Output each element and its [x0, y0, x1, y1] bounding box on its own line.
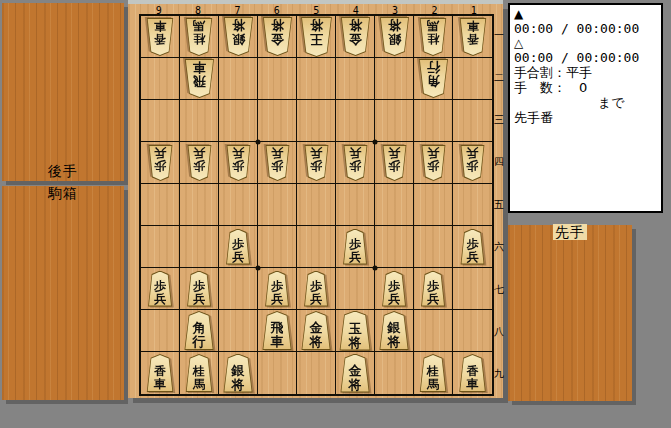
square-3-2[interactable]: [375, 58, 414, 100]
square-7-8[interactable]: [219, 310, 258, 352]
sente-fu-piece[interactable]: 歩兵: [225, 229, 252, 265]
square-5-7[interactable]: 歩兵: [297, 268, 336, 310]
gote-kyosha-piece[interactable]: 香車: [458, 18, 488, 56]
piece-box-label: 駒箱: [2, 186, 124, 201]
square-3-7[interactable]: 歩兵: [375, 268, 414, 310]
square-3-1[interactable]: 銀将: [375, 16, 414, 58]
sente-captured-tray[interactable]: 先手: [508, 225, 632, 401]
square-3-9[interactable]: [375, 352, 414, 394]
square-1-6[interactable]: 歩兵: [453, 226, 492, 268]
square-4-3[interactable]: [336, 100, 375, 142]
board-grid[interactable]: 香車桂馬銀将金将王将金将銀将桂馬香車飛車角行歩兵歩兵歩兵歩兵歩兵歩兵歩兵歩兵歩兵…: [139, 14, 494, 396]
square-2-3[interactable]: [414, 100, 453, 142]
gote-kin-piece[interactable]: 金将: [261, 17, 294, 56]
gote-ou-piece[interactable]: 王将: [299, 17, 334, 57]
gote-keima-piece[interactable]: 桂馬: [184, 18, 214, 56]
sente-fu-piece[interactable]: 歩兵: [303, 271, 330, 307]
square-8-9[interactable]: 桂馬: [180, 352, 219, 394]
square-1-5[interactable]: [453, 184, 492, 226]
gote-gin-piece[interactable]: 銀将: [222, 17, 255, 56]
sente-fu-piece[interactable]: 歩兵: [186, 271, 213, 307]
square-2-8[interactable]: [414, 310, 453, 352]
gote-fu-piece[interactable]: 歩兵: [147, 145, 174, 181]
star-point-4: [373, 266, 378, 271]
gote-fu-piece[interactable]: 歩兵: [420, 145, 447, 181]
square-7-2[interactable]: [219, 58, 258, 100]
piece-box-tray[interactable]: 駒箱: [2, 186, 124, 400]
sente-kaku-piece[interactable]: 角行: [183, 311, 216, 350]
star-point-2: [373, 140, 378, 145]
square-7-5[interactable]: [219, 184, 258, 226]
square-6-6[interactable]: [258, 226, 297, 268]
made-label: まで: [514, 95, 661, 110]
gote-fu-piece[interactable]: 歩兵: [381, 145, 408, 181]
square-5-6[interactable]: [297, 226, 336, 268]
square-2-7[interactable]: 歩兵: [414, 268, 453, 310]
square-4-8[interactable]: 玉将: [336, 310, 375, 352]
sente-fu-piece[interactable]: 歩兵: [459, 229, 486, 265]
sente-hisha-piece[interactable]: 飛車: [261, 311, 294, 350]
square-4-7[interactable]: [336, 268, 375, 310]
sente-clock: 00:00 / 00:00:00: [514, 21, 661, 36]
gote-fu-piece[interactable]: 歩兵: [225, 145, 252, 181]
square-6-3[interactable]: [258, 100, 297, 142]
handicap-label: 手合割：平手: [514, 65, 661, 80]
square-8-7[interactable]: 歩兵: [180, 268, 219, 310]
square-2-9[interactable]: 桂馬: [414, 352, 453, 394]
square-6-5[interactable]: [258, 184, 297, 226]
square-1-7[interactable]: [453, 268, 492, 310]
sente-gin-piece[interactable]: 銀将: [378, 311, 411, 350]
square-9-1[interactable]: 香車: [141, 16, 180, 58]
sente-keima-piece[interactable]: 桂馬: [184, 354, 214, 392]
rank-label-3: 三: [494, 99, 504, 141]
gote-keima-piece[interactable]: 桂馬: [418, 18, 448, 56]
square-7-1[interactable]: 銀将: [219, 16, 258, 58]
gote-kyosha-piece[interactable]: 香車: [145, 18, 175, 56]
square-7-6[interactable]: 歩兵: [219, 226, 258, 268]
gote-fu-piece[interactable]: 歩兵: [186, 145, 213, 181]
gote-gin-piece[interactable]: 銀将: [378, 17, 411, 56]
square-1-1[interactable]: 香車: [453, 16, 492, 58]
rank-coordinates: 一二三四五六七八九: [494, 14, 504, 396]
turn-indicator: 先手番: [514, 110, 661, 125]
move-count-label: 手 数： 0: [514, 80, 661, 95]
shogi-board[interactable]: 987654321 一二三四五六七八九 香車桂馬銀将金将王将金将銀将桂馬香車飛車…: [128, 4, 503, 398]
square-6-1[interactable]: 金将: [258, 16, 297, 58]
square-5-9[interactable]: [297, 352, 336, 394]
square-1-4[interactable]: 歩兵: [453, 142, 492, 184]
square-1-2[interactable]: [453, 58, 492, 100]
square-4-4[interactable]: 歩兵: [336, 142, 375, 184]
gote-turn-marker: △: [514, 36, 661, 50]
gote-fu-piece[interactable]: 歩兵: [459, 145, 486, 181]
square-1-8[interactable]: [453, 310, 492, 352]
square-9-2[interactable]: [141, 58, 180, 100]
rank-label-4: 四: [494, 141, 504, 183]
square-4-1[interactable]: 金将: [336, 16, 375, 58]
gote-clock: 00:00 / 00:00:00: [514, 50, 661, 65]
square-9-3[interactable]: [141, 100, 180, 142]
square-4-9[interactable]: 金将: [336, 352, 375, 394]
square-9-7[interactable]: 歩兵: [141, 268, 180, 310]
square-7-7[interactable]: [219, 268, 258, 310]
square-8-6[interactable]: [180, 226, 219, 268]
square-6-7[interactable]: 歩兵: [258, 268, 297, 310]
square-5-8[interactable]: 金将: [297, 310, 336, 352]
square-6-2[interactable]: [258, 58, 297, 100]
square-6-4[interactable]: 歩兵: [258, 142, 297, 184]
sente-kin-piece[interactable]: 金将: [339, 354, 372, 393]
square-5-2[interactable]: [297, 58, 336, 100]
sente-keima-piece[interactable]: 桂馬: [418, 354, 448, 392]
gote-kin-piece[interactable]: 金将: [339, 17, 372, 56]
square-4-2[interactable]: [336, 58, 375, 100]
square-3-6[interactable]: [375, 226, 414, 268]
square-7-4[interactable]: 歩兵: [219, 142, 258, 184]
square-2-1[interactable]: 桂馬: [414, 16, 453, 58]
sente-kyosha-piece[interactable]: 香車: [145, 354, 175, 392]
sente-kin-piece[interactable]: 金将: [300, 311, 333, 350]
rank-label-5: 五: [494, 184, 504, 226]
sente-fu-piece[interactable]: 歩兵: [264, 271, 291, 307]
square-5-1[interactable]: 王将: [297, 16, 336, 58]
star-point-3: [256, 266, 261, 271]
square-9-5[interactable]: [141, 184, 180, 226]
sente-tray-label: 先手: [508, 225, 632, 240]
gote-fu-piece[interactable]: 歩兵: [342, 145, 369, 181]
rank-label-1: 一: [494, 14, 504, 56]
sente-fu-piece[interactable]: 歩兵: [147, 271, 174, 307]
square-9-6[interactable]: [141, 226, 180, 268]
square-2-2[interactable]: 角行: [414, 58, 453, 100]
rank-label-8: 八: [494, 311, 504, 353]
rank-label-9: 九: [494, 353, 504, 395]
square-2-5[interactable]: [414, 184, 453, 226]
rank-label-2: 二: [494, 56, 504, 98]
gote-fu-piece[interactable]: 歩兵: [303, 145, 330, 181]
square-7-3[interactable]: [219, 100, 258, 142]
square-9-8[interactable]: [141, 310, 180, 352]
star-point-1: [256, 140, 261, 145]
sente-gyoku-piece[interactable]: 玉将: [338, 311, 373, 351]
square-2-4[interactable]: 歩兵: [414, 142, 453, 184]
gote-kaku-piece[interactable]: 角行: [417, 59, 450, 98]
sente-fu-piece[interactable]: 歩兵: [342, 229, 369, 265]
gote-hisha-piece[interactable]: 飛車: [183, 59, 216, 98]
square-4-5[interactable]: [336, 184, 375, 226]
square-3-5[interactable]: [375, 184, 414, 226]
sente-fu-piece[interactable]: 歩兵: [381, 271, 408, 307]
square-2-6[interactable]: [414, 226, 453, 268]
square-1-3[interactable]: [453, 100, 492, 142]
rank-label-7: 七: [494, 268, 504, 310]
square-9-9[interactable]: 香車: [141, 352, 180, 394]
square-5-4[interactable]: 歩兵: [297, 142, 336, 184]
square-8-8[interactable]: 角行: [180, 310, 219, 352]
square-4-6[interactable]: 歩兵: [336, 226, 375, 268]
square-7-9[interactable]: 銀将: [219, 352, 258, 394]
square-8-5[interactable]: [180, 184, 219, 226]
square-3-8[interactable]: 銀将: [375, 310, 414, 352]
square-8-2[interactable]: 飛車: [180, 58, 219, 100]
square-6-8[interactable]: 飛車: [258, 310, 297, 352]
sente-fu-piece[interactable]: 歩兵: [420, 271, 447, 307]
square-8-4[interactable]: 歩兵: [180, 142, 219, 184]
square-5-3[interactable]: [297, 100, 336, 142]
square-9-4[interactable]: 歩兵: [141, 142, 180, 184]
square-3-3[interactable]: [375, 100, 414, 142]
game-info-panel: ▲ 00:00 / 00:00:00 △ 00:00 / 00:00:00 手合…: [508, 3, 663, 213]
rank-label-6: 六: [494, 226, 504, 268]
square-5-5[interactable]: [297, 184, 336, 226]
gote-tray-label: 後手: [2, 164, 124, 179]
square-8-1[interactable]: 桂馬: [180, 16, 219, 58]
square-3-4[interactable]: 歩兵: [375, 142, 414, 184]
square-6-9[interactable]: [258, 352, 297, 394]
sente-turn-marker: ▲: [514, 7, 661, 21]
square-8-3[interactable]: [180, 100, 219, 142]
square-1-9[interactable]: 香車: [453, 352, 492, 394]
sente-gin-piece[interactable]: 銀将: [222, 354, 255, 393]
gote-fu-piece[interactable]: 歩兵: [264, 145, 291, 181]
sente-kyosha-piece[interactable]: 香車: [458, 354, 488, 392]
gote-captured-tray[interactable]: 後手: [2, 3, 124, 181]
